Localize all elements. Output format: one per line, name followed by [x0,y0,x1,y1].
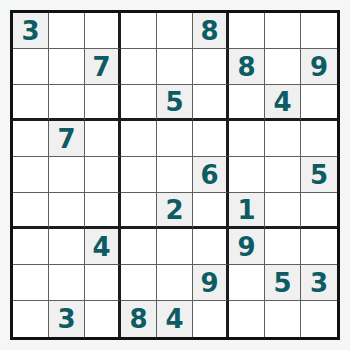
cell-r8c9: 3 [301,265,337,301]
sudoku-board: 38789547652149953384 [10,10,340,340]
cell-r3c8: 4 [265,85,301,121]
cell-r5c1[interactable] [13,157,49,193]
cell-r2c7: 8 [229,49,265,85]
page: 38789547652149953384 [0,0,350,350]
cell-r2c8[interactable] [265,49,301,85]
cell-r3c7[interactable] [229,85,265,121]
cell-r5c3[interactable] [85,157,121,193]
cell-r5c8[interactable] [265,157,301,193]
cell-r8c8: 5 [265,265,301,301]
cell-r6c6[interactable] [193,193,229,229]
cell-r5c9: 5 [301,157,337,193]
cell-r3c2[interactable] [49,85,85,121]
cell-r2c4[interactable] [121,49,157,85]
cell-r5c7[interactable] [229,157,265,193]
cell-r7c3: 4 [85,229,121,265]
cell-r7c1[interactable] [13,229,49,265]
cell-r4c9[interactable] [301,121,337,157]
cell-r9c5: 4 [157,301,193,337]
cell-r8c5[interactable] [157,265,193,301]
cell-r9c7[interactable] [229,301,265,337]
cell-r8c1[interactable] [13,265,49,301]
cell-r1c7[interactable] [229,13,265,49]
cell-r7c2[interactable] [49,229,85,265]
cell-r4c2: 7 [49,121,85,157]
cell-r2c1[interactable] [13,49,49,85]
cell-r1c5[interactable] [157,13,193,49]
cell-r6c9[interactable] [301,193,337,229]
cell-r4c8[interactable] [265,121,301,157]
cell-r7c8[interactable] [265,229,301,265]
cell-r8c2[interactable] [49,265,85,301]
cell-r3c5: 5 [157,85,193,121]
cell-r9c3[interactable] [85,301,121,337]
cell-r6c5: 2 [157,193,193,229]
cell-r2c3: 7 [85,49,121,85]
cell-r7c6[interactable] [193,229,229,265]
cell-r1c8[interactable] [265,13,301,49]
cell-r7c7: 9 [229,229,265,265]
cell-r4c5[interactable] [157,121,193,157]
cell-r6c4[interactable] [121,193,157,229]
cell-r4c7[interactable] [229,121,265,157]
cell-r9c4: 8 [121,301,157,337]
cell-r8c4[interactable] [121,265,157,301]
cell-r4c1[interactable] [13,121,49,157]
cell-r4c6[interactable] [193,121,229,157]
cell-r2c6[interactable] [193,49,229,85]
cell-r8c7[interactable] [229,265,265,301]
cell-r5c6: 6 [193,157,229,193]
cell-r6c7: 1 [229,193,265,229]
cell-r1c9[interactable] [301,13,337,49]
cell-r8c3[interactable] [85,265,121,301]
cell-r9c1[interactable] [13,301,49,337]
cell-r7c9[interactable] [301,229,337,265]
cell-r9c9[interactable] [301,301,337,337]
cell-r3c6[interactable] [193,85,229,121]
cell-r3c1[interactable] [13,85,49,121]
cell-r2c5[interactable] [157,49,193,85]
cell-r5c2[interactable] [49,157,85,193]
cell-r4c4[interactable] [121,121,157,157]
cell-r7c5[interactable] [157,229,193,265]
cell-r6c2[interactable] [49,193,85,229]
cell-r6c3[interactable] [85,193,121,229]
cell-r1c1: 3 [13,13,49,49]
cell-r4c3[interactable] [85,121,121,157]
cell-r1c6: 8 [193,13,229,49]
cell-r5c4[interactable] [121,157,157,193]
cell-r6c1[interactable] [13,193,49,229]
cell-r9c6[interactable] [193,301,229,337]
cell-r7c4[interactable] [121,229,157,265]
cell-r1c2[interactable] [49,13,85,49]
cell-r3c3[interactable] [85,85,121,121]
cell-r5c5[interactable] [157,157,193,193]
cell-r3c4[interactable] [121,85,157,121]
cell-r9c2: 3 [49,301,85,337]
cell-r6c8[interactable] [265,193,301,229]
cell-r2c2[interactable] [49,49,85,85]
cell-r1c4[interactable] [121,13,157,49]
cell-r2c9: 9 [301,49,337,85]
cell-r1c3[interactable] [85,13,121,49]
cell-r8c6: 9 [193,265,229,301]
cell-r3c9[interactable] [301,85,337,121]
cell-r9c8[interactable] [265,301,301,337]
